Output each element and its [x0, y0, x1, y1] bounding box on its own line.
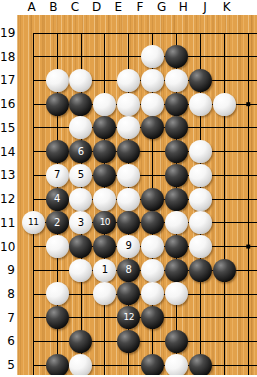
col-label-K: K	[223, 1, 231, 14]
board-point-C13: 5	[69, 163, 93, 187]
board-point-C16	[69, 92, 93, 116]
board-point-G12	[165, 187, 189, 211]
board-point-C5	[69, 353, 93, 375]
board-point-D13	[93, 163, 117, 187]
row-label-18: 18	[0, 50, 15, 63]
board-point-G10	[165, 235, 189, 259]
go-diagram: ABCDEFGHJK 1918171615141312111098765 675…	[0, 0, 257, 377]
board-point-D16	[93, 92, 117, 116]
col-label-E: E	[115, 1, 123, 14]
board-point-G18	[165, 45, 189, 69]
stone-white-G5	[165, 354, 188, 375]
row-label-12: 12	[0, 193, 15, 206]
board-point-C12	[69, 187, 93, 211]
stone-white-F8	[141, 282, 164, 305]
board-point-F12	[141, 187, 165, 211]
board-point-C17	[69, 69, 93, 93]
board-point-B7	[45, 306, 69, 330]
board-point-D15	[93, 116, 117, 140]
board-point-C14: 6	[69, 140, 93, 164]
row-label-16: 16	[0, 98, 15, 111]
stone-black-E7: 12	[117, 306, 140, 329]
stone-black-D10	[93, 235, 116, 258]
stone-white-G8	[165, 282, 188, 305]
board-point-C11: 3	[69, 211, 93, 235]
board-point-F17	[141, 69, 165, 93]
stone-black-B16	[46, 93, 69, 116]
stone-black-G9	[165, 259, 188, 282]
board-point-H12	[188, 187, 212, 211]
move-number-12: 12	[124, 313, 134, 322]
board-point-G15	[165, 116, 189, 140]
board-point-E17	[117, 69, 141, 93]
board-point-J16	[212, 92, 236, 116]
board-point-G13	[165, 163, 189, 187]
board-point-G6	[165, 329, 189, 353]
stone-black-E9: 8	[117, 259, 140, 282]
stone-white-H12	[189, 188, 212, 211]
go-board[interactable]: 675411231091812	[17, 15, 257, 375]
board-point-E7: 12	[117, 306, 141, 330]
stone-black-H5	[189, 354, 212, 375]
stone-black-B12: 4	[46, 188, 69, 211]
col-label-G: G	[157, 1, 166, 14]
stone-black-C16	[69, 93, 92, 116]
board-point-B16	[45, 92, 69, 116]
board-point-E10: 9	[117, 235, 141, 259]
stone-white-C11: 3	[69, 211, 92, 234]
stone-black-E8	[117, 282, 140, 305]
row-label-5: 5	[0, 359, 15, 372]
stone-black-G6	[165, 330, 188, 353]
board-point-B17	[45, 69, 69, 93]
stone-white-G17	[165, 69, 188, 92]
row-label-7: 7	[0, 311, 15, 324]
move-number-8: 8	[126, 265, 132, 275]
stone-black-G10	[165, 235, 188, 258]
board-point-F10	[141, 235, 165, 259]
board-point-D12	[93, 187, 117, 211]
stone-black-G16	[165, 93, 188, 116]
stone-black-G13	[165, 164, 188, 187]
stone-white-J16	[213, 93, 236, 116]
row-label-8: 8	[0, 288, 15, 301]
board-point-G11	[165, 211, 189, 235]
board-point-E9: 8	[117, 258, 141, 282]
row-label-11: 11	[0, 216, 15, 229]
row-label-14: 14	[0, 145, 15, 158]
stone-black-E14	[117, 140, 140, 163]
stone-white-H16	[189, 93, 212, 116]
stone-black-G12	[165, 188, 188, 211]
move-number-1: 1	[102, 265, 108, 275]
stone-black-B14	[46, 140, 69, 163]
board-point-D10	[93, 235, 117, 259]
board-point-B13: 7	[45, 163, 69, 187]
board-point-H13	[188, 163, 212, 187]
row-label-6: 6	[0, 335, 15, 348]
stone-white-E13	[117, 164, 140, 187]
stone-white-C9	[69, 259, 92, 282]
stone-white-G11	[165, 211, 188, 234]
board-point-D11: 10	[93, 211, 117, 235]
board-point-B14	[45, 140, 69, 164]
board-point-E16	[117, 92, 141, 116]
board-point-G16	[165, 92, 189, 116]
board-point-H16	[188, 92, 212, 116]
col-label-C: C	[71, 1, 79, 14]
stone-black-E6	[117, 330, 140, 353]
board-point-C10	[69, 235, 93, 259]
stone-black-F11	[141, 211, 164, 234]
stone-black-G18	[165, 45, 188, 68]
board-point-H11	[188, 211, 212, 235]
board-point-D8	[93, 282, 117, 306]
board-point-F9	[141, 258, 165, 282]
board-point-H9	[188, 258, 212, 282]
board-point-C15	[69, 116, 93, 140]
board-point-F8	[141, 282, 165, 306]
move-number-9: 9	[126, 241, 132, 251]
board-point-G17	[165, 69, 189, 93]
board-point-J9	[212, 258, 236, 282]
stone-white-E17	[117, 69, 140, 92]
board-point-B12: 4	[45, 187, 69, 211]
row-label-17: 17	[0, 74, 15, 87]
board-point-A11: 11	[21, 211, 45, 235]
stone-white-E16	[117, 93, 140, 116]
stone-white-E12	[117, 188, 140, 211]
col-label-A: A	[28, 1, 36, 14]
row-label-10: 10	[0, 240, 15, 253]
stone-white-C12	[69, 188, 92, 211]
stone-black-D11: 10	[93, 211, 116, 234]
stone-white-D12	[93, 188, 116, 211]
move-number-7: 7	[54, 170, 60, 180]
stone-white-C15	[69, 116, 92, 139]
stone-white-B13: 7	[46, 164, 69, 187]
stone-black-G14	[165, 140, 188, 163]
board-point-D14	[93, 140, 117, 164]
stone-white-F10	[141, 235, 164, 258]
stone-white-F9	[141, 259, 164, 282]
move-number-4: 4	[54, 194, 60, 204]
stone-white-F16	[141, 93, 164, 116]
stone-white-B17	[46, 69, 69, 92]
stone-black-B7	[46, 306, 69, 329]
row-label-13: 13	[0, 169, 15, 182]
col-label-J: J	[203, 1, 207, 14]
stone-white-D16	[93, 93, 116, 116]
stone-white-F18	[141, 45, 164, 68]
stone-white-D8	[93, 282, 116, 305]
board-point-G9	[165, 258, 189, 282]
board-point-B5	[45, 353, 69, 375]
stone-black-H17	[189, 69, 212, 92]
stone-white-D9: 1	[93, 259, 116, 282]
stone-black-F5	[141, 354, 164, 375]
stone-black-B5	[46, 354, 69, 375]
board-point-B11: 2	[45, 211, 69, 235]
board-point-H10	[188, 235, 212, 259]
stone-black-G15	[165, 116, 188, 139]
stone-black-C14: 6	[69, 140, 92, 163]
board-point-F11	[141, 211, 165, 235]
board-point-E8	[117, 282, 141, 306]
board-point-D9: 1	[93, 258, 117, 282]
col-label-H: H	[179, 1, 188, 14]
stone-black-C10	[69, 235, 92, 258]
board-point-F15	[141, 116, 165, 140]
stone-white-H14	[189, 140, 212, 163]
stone-white-C17	[69, 69, 92, 92]
board-point-F18	[141, 45, 165, 69]
row-label-19: 19	[0, 27, 15, 40]
board-point-F7	[141, 306, 165, 330]
stone-white-F17	[141, 69, 164, 92]
board-point-G14	[165, 140, 189, 164]
stone-black-F12	[141, 188, 164, 211]
board-point-E6	[117, 329, 141, 353]
move-number-6: 6	[78, 147, 84, 157]
stone-black-F15	[141, 116, 164, 139]
board-point-G8	[165, 282, 189, 306]
board-point-F5	[141, 353, 165, 375]
move-number-2: 2	[54, 218, 60, 228]
board-point-E13	[117, 163, 141, 187]
stone-white-E10: 9	[117, 235, 140, 258]
row-label-15: 15	[0, 121, 15, 134]
board-point-E15	[117, 116, 141, 140]
stone-white-C13: 5	[69, 164, 92, 187]
board-point-E12	[117, 187, 141, 211]
stone-white-C5	[69, 354, 92, 375]
stone-black-D13	[93, 164, 116, 187]
stone-white-H10	[189, 235, 212, 258]
move-number-11: 11	[28, 218, 38, 227]
col-label-D: D	[92, 1, 101, 14]
stone-black-B11: 2	[46, 211, 69, 234]
stone-black-E11	[117, 211, 140, 234]
board-point-C6	[69, 329, 93, 353]
stone-black-H9	[189, 259, 212, 282]
board-point-B8	[45, 282, 69, 306]
stone-white-A11: 11	[22, 211, 45, 234]
board-point-H14	[188, 140, 212, 164]
board-point-B10	[45, 235, 69, 259]
stone-white-H13	[189, 164, 212, 187]
row-label-9: 9	[0, 264, 15, 277]
move-number-5: 5	[78, 170, 84, 180]
board-point-E11	[117, 211, 141, 235]
move-number-10: 10	[100, 218, 110, 227]
stone-white-E15	[117, 116, 140, 139]
board-point-G5	[165, 353, 189, 375]
board-point-H5	[188, 353, 212, 375]
stone-black-D14	[93, 140, 116, 163]
stone-white-H11	[189, 211, 212, 234]
board-point-C9	[69, 258, 93, 282]
board-point-H17	[188, 69, 212, 93]
board-point-E14	[117, 140, 141, 164]
board-point-F16	[141, 92, 165, 116]
stone-black-D15	[93, 116, 116, 139]
move-number-3: 3	[78, 218, 84, 228]
stones-layer: 675411231091812	[21, 21, 257, 375]
stone-black-J9	[213, 259, 236, 282]
stone-white-B10	[46, 235, 69, 258]
stone-black-F7	[141, 306, 164, 329]
col-label-B: B	[49, 1, 57, 14]
stone-white-B8	[46, 282, 69, 305]
stone-black-C6	[69, 330, 92, 353]
col-label-F: F	[137, 1, 144, 14]
